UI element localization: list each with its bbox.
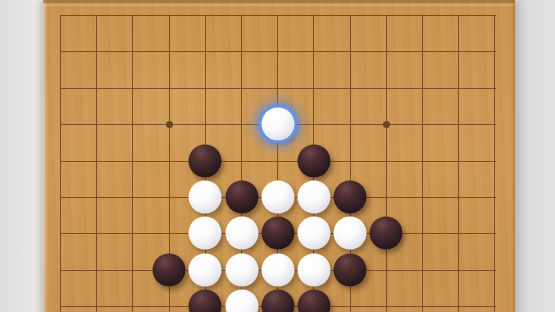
stone-white: ○ [189, 217, 222, 250]
stone-black: ● [189, 144, 222, 177]
star-point [166, 121, 173, 128]
stone-white-last-move: ○ [261, 108, 294, 141]
stone-white: ○ [189, 253, 222, 286]
stone-black: ● [298, 290, 331, 312]
app-background: ○●●○●○○●○○●○○●●○○○○●●○●● [0, 0, 555, 312]
stone-black: ● [153, 253, 186, 286]
stone-white: ○ [298, 253, 331, 286]
stone-white: ○ [334, 217, 367, 250]
stone-black: ● [261, 290, 294, 312]
goban-board[interactable]: ○●●○●○○●○○●○○●●○○○○●●○●● [43, 0, 515, 312]
stone-white: ○ [298, 181, 331, 214]
stone-white: ○ [225, 217, 258, 250]
board-grid: ○●●○●○○●○○●○○●●○○○○●●○●● [60, 15, 495, 312]
stone-white: ○ [298, 217, 331, 250]
stone-black: ● [334, 181, 367, 214]
stone-black: ● [189, 290, 222, 312]
stone-white: ○ [225, 290, 258, 312]
stone-white: ○ [261, 253, 294, 286]
star-point [383, 121, 390, 128]
stone-black: ● [225, 181, 258, 214]
stone-white: ○ [189, 181, 222, 214]
stone-white: ○ [225, 253, 258, 286]
stone-black: ● [298, 144, 331, 177]
stone-black: ● [370, 217, 403, 250]
stone-black: ● [261, 217, 294, 250]
stone-white: ○ [261, 181, 294, 214]
stone-black: ● [334, 253, 367, 286]
